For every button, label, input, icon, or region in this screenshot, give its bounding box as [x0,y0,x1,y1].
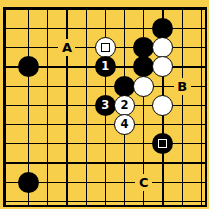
board-point: A [57,38,76,57]
board-point [192,38,209,57]
board-point [192,192,209,209]
board-point [19,57,38,76]
board-point [57,19,76,38]
black-stone[interactable] [133,37,154,58]
go-diagram: A1B324C [0,0,209,209]
board-point: 2 [115,96,134,115]
board-point [38,153,57,172]
board-point [96,134,115,153]
board-point [19,19,38,38]
board-point [134,19,153,38]
board-point [192,57,209,76]
board-point [77,115,96,134]
board-point [77,77,96,96]
board-point [173,173,192,192]
board-point [38,38,57,57]
white-stone[interactable] [152,95,173,116]
board-point [153,173,172,192]
point-label-c[interactable]: C [135,174,152,191]
white-stone-move-4[interactable]: 4 [114,114,135,135]
board-point [192,115,209,134]
board-point [134,96,153,115]
board-point [192,173,209,192]
board-point: 3 [96,96,115,115]
board-point [134,134,153,153]
board-point [19,38,38,57]
board-point [96,38,115,57]
board-point: C [134,173,153,192]
board-point [77,134,96,153]
board-point [38,192,57,209]
board-point [96,192,115,209]
black-stone-move-1[interactable]: 1 [95,56,116,77]
square-marker-icon [101,43,110,52]
board-point [77,96,96,115]
move-number: 3 [101,100,109,112]
board-point [173,192,192,209]
board-point [153,153,172,172]
board-point [115,57,134,76]
board-point [153,115,172,134]
board-point [134,57,153,76]
board-point [19,173,38,192]
move-number: 1 [101,61,109,73]
board-point [19,115,38,134]
board-point [115,134,134,153]
board-point [57,77,76,96]
board-point [96,153,115,172]
board-point [19,153,38,172]
board-point [77,38,96,57]
board-point: B [173,77,192,96]
black-stone[interactable] [133,56,154,77]
board-point [192,77,209,96]
board-point [38,173,57,192]
board-frame-left [3,7,6,207]
board-point [19,192,38,209]
square-marker-icon [158,139,167,148]
board-point [153,38,172,57]
board-point [173,38,192,57]
black-stone[interactable] [114,76,135,97]
black-stone-marked[interactable] [152,133,173,154]
board-point [153,19,172,38]
board-point [134,38,153,57]
board-point [57,96,76,115]
board-point [173,57,192,76]
black-stone[interactable] [152,18,173,39]
white-stone-marked[interactable] [95,37,116,58]
board-point [192,19,209,38]
board-point [57,153,76,172]
white-stone[interactable] [152,37,173,58]
board-point [153,77,172,96]
board-point: 4 [115,115,134,134]
board-point [153,96,172,115]
board-point [115,173,134,192]
board-point [134,192,153,209]
board-point [38,134,57,153]
board-point [115,19,134,38]
board-point [192,134,209,153]
board-point [173,19,192,38]
board-point [38,19,57,38]
board-point [173,115,192,134]
point-label-a[interactable]: A [58,39,75,56]
board-point [77,153,96,172]
board-point [153,134,172,153]
board-frame-top [3,7,207,10]
board-point [38,115,57,134]
black-stone[interactable] [18,172,39,193]
board-point [115,38,134,57]
board-point [96,173,115,192]
board-point [57,173,76,192]
white-stone[interactable] [152,56,173,77]
board-point [38,57,57,76]
board-point [134,115,153,134]
board-point [153,57,172,76]
board-point [77,57,96,76]
board-point [19,77,38,96]
board-point [134,153,153,172]
board-point [38,77,57,96]
board-point [96,19,115,38]
board-point [96,115,115,134]
go-board: A1B324C [19,19,209,209]
board-point [173,96,192,115]
board-point [77,19,96,38]
board-point [57,57,76,76]
black-stone[interactable] [18,56,39,77]
board-point [77,173,96,192]
board-point [57,115,76,134]
move-number: 4 [121,119,129,131]
board-point [192,96,209,115]
board-point [153,192,172,209]
board-point [19,96,38,115]
board-point [115,77,134,96]
board-point [173,134,192,153]
board-point [38,96,57,115]
board-point [57,134,76,153]
white-stone[interactable] [133,76,154,97]
board-point [134,77,153,96]
board-point [115,192,134,209]
board-point [19,134,38,153]
board-point [115,153,134,172]
board-point [96,77,115,96]
board-point [192,153,209,172]
board-point: 1 [96,57,115,76]
board-point [57,192,76,209]
white-stone-move-2[interactable]: 2 [114,95,135,116]
point-label-b[interactable]: B [174,78,191,95]
black-stone-move-3[interactable]: 3 [95,95,116,116]
board-point [77,192,96,209]
move-number: 2 [121,100,129,112]
board-point [173,153,192,172]
